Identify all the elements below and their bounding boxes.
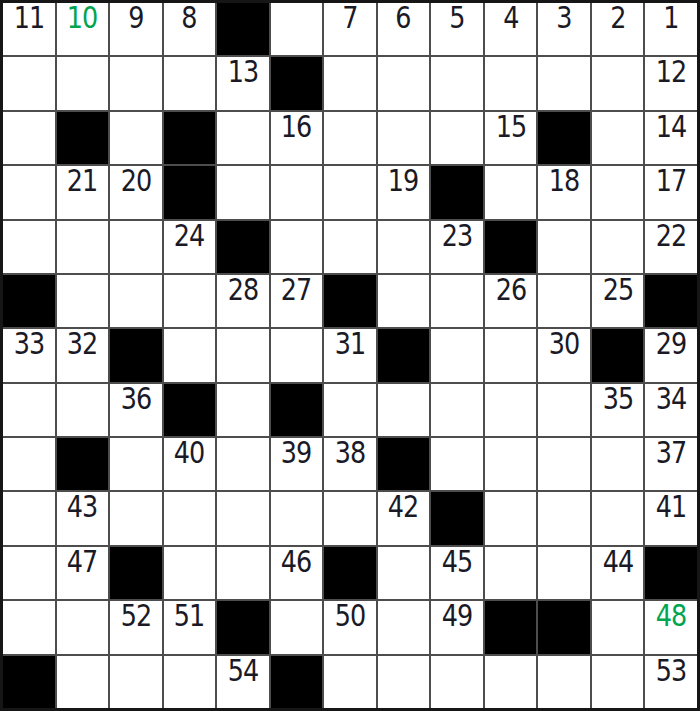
cell-r7c7[interactable]: 31	[324, 329, 376, 381]
cell-r13c3[interactable]	[110, 656, 162, 708]
cell-r7c13[interactable]: 29	[645, 329, 697, 381]
cell-r13c4[interactable]	[164, 656, 216, 708]
cell-r9c9[interactable]	[431, 438, 483, 490]
cell-r10c5[interactable]	[217, 492, 269, 544]
cell-r8c5[interactable]	[217, 384, 269, 436]
cell-r10c3[interactable]	[110, 492, 162, 544]
cell-r2c11[interactable]	[538, 57, 590, 109]
block-cell-r11c3	[110, 547, 162, 599]
cell-r12c4[interactable]: 51	[164, 601, 216, 653]
clue-number-51: 51	[174, 601, 205, 631]
cell-r11c6[interactable]: 46	[271, 547, 323, 599]
cell-r6c5[interactable]: 28	[217, 275, 269, 327]
block-cell-r13c1	[3, 656, 55, 708]
cell-r5c6[interactable]	[271, 221, 323, 273]
cell-r2c13[interactable]: 12	[645, 57, 697, 109]
cell-r6c12[interactable]: 25	[592, 275, 644, 327]
cell-r5c4[interactable]: 24	[164, 221, 216, 273]
clue-number-43: 43	[67, 492, 98, 522]
block-cell-r7c12	[592, 329, 644, 381]
cell-r1c13[interactable]: 1	[645, 3, 697, 55]
cell-r4c6[interactable]	[271, 166, 323, 218]
cell-r9c5[interactable]	[217, 438, 269, 490]
clue-number-4: 4	[503, 3, 518, 33]
cell-r4c13[interactable]: 17	[645, 166, 697, 218]
clue-number-46: 46	[281, 547, 312, 577]
cell-r8c2[interactable]	[57, 384, 109, 436]
cell-r2c9[interactable]	[431, 57, 483, 109]
cell-r6c4[interactable]	[164, 275, 216, 327]
block-cell-r6c13	[645, 275, 697, 327]
cell-r7c6[interactable]	[271, 329, 323, 381]
block-cell-r1c5	[217, 3, 269, 55]
cell-r4c2[interactable]: 21	[57, 166, 109, 218]
clue-number-38: 38	[335, 438, 366, 468]
cell-r5c13[interactable]: 22	[645, 221, 697, 273]
cell-r3c13[interactable]: 14	[645, 112, 697, 164]
clue-number-54: 54	[228, 656, 259, 686]
block-cell-r10c9	[431, 492, 483, 544]
cell-r10c1[interactable]	[3, 492, 55, 544]
cell-r13c7[interactable]	[324, 656, 376, 708]
clue-number-5: 5	[449, 3, 464, 33]
block-cell-r8c4	[164, 384, 216, 436]
clue-number-26: 26	[495, 275, 526, 305]
clue-number-40: 40	[174, 438, 205, 468]
cell-r1c10[interactable]: 4	[485, 3, 537, 55]
cell-r2c1[interactable]	[3, 57, 55, 109]
cell-r5c11[interactable]	[538, 221, 590, 273]
cell-r8c10[interactable]	[485, 384, 537, 436]
cell-r8c1[interactable]	[3, 384, 55, 436]
block-cell-r8c6	[271, 384, 323, 436]
cell-r13c8[interactable]	[378, 656, 430, 708]
cell-r6c6[interactable]: 27	[271, 275, 323, 327]
cell-r2c4[interactable]	[164, 57, 216, 109]
cell-r5c12[interactable]	[592, 221, 644, 273]
cell-r11c9[interactable]: 45	[431, 547, 483, 599]
block-cell-r4c4	[164, 166, 216, 218]
cell-r3c1[interactable]	[3, 112, 55, 164]
cell-r12c2[interactable]	[57, 601, 109, 653]
cell-r9c10[interactable]	[485, 438, 537, 490]
cell-r7c9[interactable]	[431, 329, 483, 381]
clue-number-19: 19	[388, 166, 419, 196]
cell-r13c9[interactable]	[431, 656, 483, 708]
cell-r8c12[interactable]: 35	[592, 384, 644, 436]
cell-r11c4[interactable]	[164, 547, 216, 599]
cell-r8c8[interactable]	[378, 384, 430, 436]
block-cell-r12c11	[538, 601, 590, 653]
cell-r10c11[interactable]	[538, 492, 590, 544]
clue-number-36: 36	[120, 384, 151, 414]
block-cell-r7c3	[110, 329, 162, 381]
clue-number-47: 47	[67, 547, 98, 577]
cell-r5c7[interactable]	[324, 221, 376, 273]
clue-number-45: 45	[442, 547, 473, 577]
cell-r11c10[interactable]	[485, 547, 537, 599]
clue-number-6: 6	[396, 3, 411, 33]
cell-r5c3[interactable]	[110, 221, 162, 273]
cell-r9c6[interactable]: 39	[271, 438, 323, 490]
block-cell-r3c4	[164, 112, 216, 164]
cell-r13c2[interactable]	[57, 656, 109, 708]
cell-r3c12[interactable]	[592, 112, 644, 164]
cell-r9c7[interactable]: 38	[324, 438, 376, 490]
cell-r5c1[interactable]	[3, 221, 55, 273]
cell-r13c13[interactable]: 53	[645, 656, 697, 708]
cell-r11c1[interactable]	[3, 547, 55, 599]
clue-number-15: 15	[495, 112, 526, 142]
cell-r1c2[interactable]: 10	[57, 3, 109, 55]
block-cell-r6c7	[324, 275, 376, 327]
block-cell-r7c8	[378, 329, 430, 381]
cell-r11c12[interactable]: 44	[592, 547, 644, 599]
clue-number-30: 30	[549, 329, 580, 359]
clue-number-39: 39	[281, 438, 312, 468]
cell-r12c7[interactable]: 50	[324, 601, 376, 653]
clue-number-48: 48	[656, 601, 687, 631]
cell-r5c8[interactable]	[378, 221, 430, 273]
clue-number-50: 50	[335, 601, 366, 631]
cell-r4c11[interactable]: 18	[538, 166, 590, 218]
cell-r1c6[interactable]	[271, 3, 323, 55]
cell-r6c8[interactable]	[378, 275, 430, 327]
cell-r1c9[interactable]: 5	[431, 3, 483, 55]
cell-r1c7[interactable]: 7	[324, 3, 376, 55]
block-cell-r12c10	[485, 601, 537, 653]
clue-number-20: 20	[120, 166, 151, 196]
cell-r4c12[interactable]	[592, 166, 644, 218]
block-cell-r12c5	[217, 601, 269, 653]
cell-r10c13[interactable]: 41	[645, 492, 697, 544]
clue-number-35: 35	[602, 384, 633, 414]
cell-r5c9[interactable]: 23	[431, 221, 483, 273]
cell-r12c12[interactable]	[592, 601, 644, 653]
clue-number-34: 34	[656, 384, 687, 414]
cell-r7c10[interactable]	[485, 329, 537, 381]
clue-number-8: 8	[182, 3, 197, 33]
cell-r9c11[interactable]	[538, 438, 590, 490]
cell-r6c11[interactable]	[538, 275, 590, 327]
cell-r9c12[interactable]	[592, 438, 644, 490]
crossword-puzzle: 1110987654321131216151421201918172423222…	[0, 0, 700, 711]
cell-r10c8[interactable]: 42	[378, 492, 430, 544]
cell-r3c8[interactable]	[378, 112, 430, 164]
block-cell-r5c5	[217, 221, 269, 273]
cell-r11c2[interactable]: 47	[57, 547, 109, 599]
clue-number-12: 12	[656, 57, 687, 87]
clue-number-37: 37	[656, 438, 687, 468]
cell-r5c2[interactable]	[57, 221, 109, 273]
cell-r8c13[interactable]: 34	[645, 384, 697, 436]
clue-number-49: 49	[442, 601, 473, 631]
cell-r6c9[interactable]	[431, 275, 483, 327]
clue-number-24: 24	[174, 221, 205, 251]
clue-number-14: 14	[656, 112, 687, 142]
cell-r8c3[interactable]: 36	[110, 384, 162, 436]
cell-r3c7[interactable]	[324, 112, 376, 164]
cell-r9c13[interactable]: 37	[645, 438, 697, 490]
cell-r8c11[interactable]	[538, 384, 590, 436]
block-cell-r3c2	[57, 112, 109, 164]
cell-r11c8[interactable]	[378, 547, 430, 599]
cell-r4c1[interactable]	[3, 166, 55, 218]
cell-r2c12[interactable]	[592, 57, 644, 109]
cell-r12c8[interactable]	[378, 601, 430, 653]
cell-r3c3[interactable]	[110, 112, 162, 164]
cell-r2c10[interactable]	[485, 57, 537, 109]
cell-r10c4[interactable]	[164, 492, 216, 544]
clue-number-17: 17	[656, 166, 687, 196]
cell-r6c10[interactable]: 26	[485, 275, 537, 327]
clue-number-44: 44	[602, 547, 633, 577]
cell-r7c2[interactable]: 32	[57, 329, 109, 381]
clue-number-32: 32	[67, 329, 98, 359]
cell-r10c10[interactable]	[485, 492, 537, 544]
clue-number-27: 27	[281, 275, 312, 305]
cell-r13c10[interactable]	[485, 656, 537, 708]
cell-r10c7[interactable]	[324, 492, 376, 544]
cell-r7c1[interactable]: 33	[3, 329, 55, 381]
clue-number-1: 1	[664, 3, 679, 33]
clue-number-11: 11	[13, 3, 44, 33]
cell-r9c4[interactable]: 40	[164, 438, 216, 490]
block-cell-r4c9	[431, 166, 483, 218]
cell-r3c6[interactable]: 16	[271, 112, 323, 164]
clue-number-16: 16	[281, 112, 312, 142]
clue-number-41: 41	[656, 492, 687, 522]
cell-r3c5[interactable]	[217, 112, 269, 164]
cell-r1c1[interactable]: 11	[3, 3, 55, 55]
cell-r4c3[interactable]: 20	[110, 166, 162, 218]
cell-r8c7[interactable]	[324, 384, 376, 436]
cell-r11c5[interactable]	[217, 547, 269, 599]
cell-r11c11[interactable]	[538, 547, 590, 599]
cell-r13c5[interactable]: 54	[217, 656, 269, 708]
cell-r10c6[interactable]	[271, 492, 323, 544]
clue-number-28: 28	[228, 275, 259, 305]
cell-r2c7[interactable]	[324, 57, 376, 109]
cell-r12c6[interactable]	[271, 601, 323, 653]
cell-r1c4[interactable]: 8	[164, 3, 216, 55]
cell-r3c9[interactable]	[431, 112, 483, 164]
clue-number-18: 18	[549, 166, 580, 196]
cell-r4c7[interactable]	[324, 166, 376, 218]
cell-r4c5[interactable]	[217, 166, 269, 218]
block-cell-r13c6	[271, 656, 323, 708]
cell-r12c13[interactable]: 48	[645, 601, 697, 653]
clue-number-29: 29	[656, 329, 687, 359]
clue-number-53: 53	[656, 656, 687, 686]
cell-r1c12[interactable]: 2	[592, 3, 644, 55]
cell-r1c8[interactable]: 6	[378, 3, 430, 55]
cell-r8c9[interactable]	[431, 384, 483, 436]
clue-number-13: 13	[228, 57, 259, 87]
cell-r6c3[interactable]	[110, 275, 162, 327]
clue-number-23: 23	[442, 221, 473, 251]
cell-r6c2[interactable]	[57, 275, 109, 327]
block-cell-r3c11	[538, 112, 590, 164]
clue-number-7: 7	[342, 3, 357, 33]
cell-r4c10[interactable]	[485, 166, 537, 218]
clue-number-2: 2	[610, 3, 625, 33]
block-cell-r9c8	[378, 438, 430, 490]
crossword-board: 1110987654321131216151421201918172423222…	[0, 0, 700, 711]
cell-r9c3[interactable]	[110, 438, 162, 490]
block-cell-r5c10	[485, 221, 537, 273]
cell-r3c10[interactable]: 15	[485, 112, 537, 164]
cell-r2c8[interactable]	[378, 57, 430, 109]
clue-number-21: 21	[67, 166, 98, 196]
cell-r12c3[interactable]: 52	[110, 601, 162, 653]
block-cell-r9c2	[57, 438, 109, 490]
clue-number-42: 42	[388, 492, 419, 522]
cell-r12c1[interactable]	[3, 601, 55, 653]
cell-r13c12[interactable]	[592, 656, 644, 708]
clue-number-33: 33	[13, 329, 44, 359]
cell-r7c4[interactable]	[164, 329, 216, 381]
cell-r1c3[interactable]: 9	[110, 3, 162, 55]
cell-r13c11[interactable]	[538, 656, 590, 708]
block-cell-r11c7	[324, 547, 376, 599]
cell-r12c9[interactable]: 49	[431, 601, 483, 653]
cell-r7c11[interactable]: 30	[538, 329, 590, 381]
cell-r9c1[interactable]	[3, 438, 55, 490]
block-cell-r2c6	[271, 57, 323, 109]
block-cell-r11c13	[645, 547, 697, 599]
clue-number-31: 31	[335, 329, 366, 359]
clue-number-10: 10	[67, 3, 98, 33]
cell-r7c5[interactable]	[217, 329, 269, 381]
cell-r2c3[interactable]	[110, 57, 162, 109]
cell-r2c2[interactable]	[57, 57, 109, 109]
clue-number-3: 3	[556, 3, 571, 33]
clue-number-52: 52	[120, 601, 151, 631]
cell-r10c2[interactable]: 43	[57, 492, 109, 544]
cell-r4c8[interactable]: 19	[378, 166, 430, 218]
clue-number-9: 9	[128, 3, 143, 33]
clue-number-22: 22	[656, 221, 687, 251]
cell-r1c11[interactable]: 3	[538, 3, 590, 55]
cell-r2c5[interactable]: 13	[217, 57, 269, 109]
cell-r10c12[interactable]	[592, 492, 644, 544]
clue-number-25: 25	[602, 275, 633, 305]
block-cell-r6c1	[3, 275, 55, 327]
